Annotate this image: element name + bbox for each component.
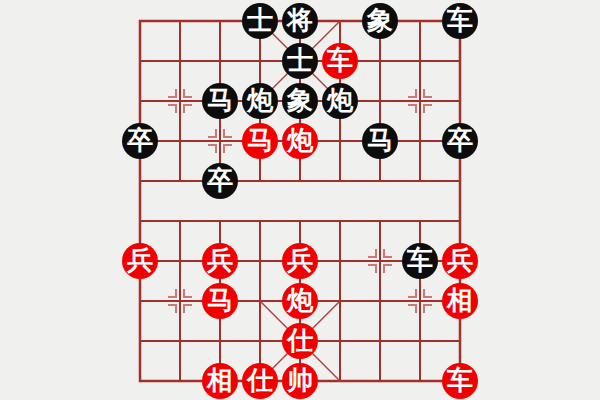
xiangqi-board[interactable]: 士将象车士车马炮象炮卒马炮马卒卒兵兵兵车兵马炮相仕相仕帅车 (0, 0, 600, 400)
piece-red-cannon[interactable]: 炮 (282, 283, 318, 319)
piece-black-chariot[interactable]: 车 (402, 243, 438, 279)
piece-red-advisor[interactable]: 仕 (282, 323, 318, 359)
piece-red-chariot[interactable]: 车 (442, 363, 478, 399)
piece-black-soldier[interactable]: 卒 (202, 163, 238, 199)
piece-red-elephant[interactable]: 相 (202, 363, 238, 399)
piece-red-cannon[interactable]: 炮 (282, 123, 318, 159)
piece-black-chariot[interactable]: 车 (442, 3, 478, 39)
pieces-layer: 士将象车士车马炮象炮卒马炮马卒卒兵兵兵车兵马炮相仕相仕帅车 (120, 1, 480, 400)
piece-red-soldier[interactable]: 兵 (442, 243, 478, 279)
piece-black-cannon[interactable]: 炮 (242, 83, 278, 119)
piece-red-general[interactable]: 帅 (282, 363, 318, 399)
piece-black-elephant[interactable]: 象 (362, 3, 398, 39)
piece-black-soldier[interactable]: 卒 (122, 123, 158, 159)
piece-black-general[interactable]: 将 (282, 3, 318, 39)
piece-red-soldier[interactable]: 兵 (202, 243, 238, 279)
piece-black-advisor[interactable]: 士 (282, 43, 318, 79)
piece-red-advisor[interactable]: 仕 (242, 363, 278, 399)
piece-black-horse[interactable]: 马 (202, 83, 238, 119)
piece-black-soldier[interactable]: 卒 (442, 123, 478, 159)
piece-black-cannon[interactable]: 炮 (322, 83, 358, 119)
piece-red-elephant[interactable]: 相 (442, 283, 478, 319)
piece-black-elephant[interactable]: 象 (282, 83, 318, 119)
piece-red-chariot[interactable]: 车 (322, 43, 358, 79)
piece-red-horse[interactable]: 马 (242, 123, 278, 159)
piece-black-advisor[interactable]: 士 (242, 3, 278, 39)
piece-red-horse[interactable]: 马 (202, 283, 238, 319)
piece-red-soldier[interactable]: 兵 (122, 243, 158, 279)
piece-red-soldier[interactable]: 兵 (282, 243, 318, 279)
piece-black-horse[interactable]: 马 (362, 123, 398, 159)
